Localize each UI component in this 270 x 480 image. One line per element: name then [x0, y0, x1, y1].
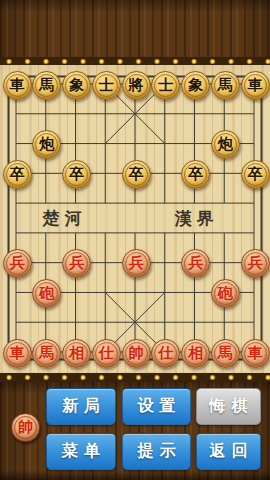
black-horse[interactable]: 馬	[32, 71, 61, 100]
black-chariot[interactable]: 車	[3, 71, 32, 100]
piece-character: 仕	[158, 345, 173, 360]
piece-character: 砲	[39, 285, 54, 300]
black-advisor[interactable]: 士	[151, 71, 180, 100]
new-game-button[interactable]: 新局	[46, 388, 116, 425]
black-soldier[interactable]: 卒	[62, 160, 91, 189]
back-button[interactable]: 返回	[196, 433, 261, 470]
hint-button[interactable]: 提示	[122, 433, 191, 470]
piece-character: 相	[69, 345, 84, 360]
red-advisor[interactable]: 仕	[92, 339, 121, 368]
red-general-side-icon: 帥	[11, 413, 40, 442]
red-soldier[interactable]: 兵	[62, 249, 91, 278]
top-wood-frame	[0, 0, 270, 58]
piece-character: 兵	[129, 256, 144, 271]
piece-character: 象	[69, 77, 84, 92]
piece-character: 馬	[218, 77, 233, 92]
piece-character: 兵	[10, 256, 25, 271]
piece-character: 車	[10, 77, 25, 92]
red-general-character: 帥	[18, 420, 33, 435]
river-label-han-jie: 漢界	[166, 208, 222, 230]
red-horse[interactable]: 馬	[32, 339, 61, 368]
black-general[interactable]: 將	[122, 71, 151, 100]
piece-character: 炮	[39, 137, 54, 152]
black-elephant[interactable]: 象	[181, 71, 210, 100]
black-soldier[interactable]: 卒	[3, 160, 32, 189]
piece-character: 士	[99, 77, 114, 92]
xiangqi-app-screen: 楚河 漢界 車馬象士將士象馬車炮炮卒卒卒卒卒兵兵兵兵兵砲砲車馬相仕帥仕相馬車 帥…	[0, 0, 270, 480]
piece-character: 兵	[69, 256, 84, 271]
piece-character: 砲	[218, 285, 233, 300]
red-soldier[interactable]: 兵	[241, 249, 270, 278]
red-chariot[interactable]: 車	[3, 339, 32, 368]
piece-character: 相	[188, 345, 203, 360]
undo-button[interactable]: 悔棋	[196, 388, 261, 425]
piece-character: 兵	[248, 256, 263, 271]
piece-character: 卒	[10, 166, 25, 181]
red-soldier[interactable]: 兵	[3, 249, 32, 278]
red-soldier[interactable]: 兵	[122, 249, 151, 278]
settings-button[interactable]: 设置	[122, 388, 191, 425]
piece-character: 卒	[69, 166, 84, 181]
piece-character: 卒	[248, 166, 263, 181]
red-cannon[interactable]: 砲	[211, 279, 240, 308]
piece-character: 馬	[218, 345, 233, 360]
black-soldier[interactable]: 卒	[181, 160, 210, 189]
black-cannon[interactable]: 炮	[211, 130, 240, 159]
bottom-edge-shadow	[0, 470, 270, 480]
black-elephant[interactable]: 象	[62, 71, 91, 100]
piece-character: 卒	[188, 166, 203, 181]
piece-character: 馬	[39, 345, 54, 360]
piece-character: 象	[188, 77, 203, 92]
piece-character: 車	[248, 345, 263, 360]
black-horse[interactable]: 馬	[211, 71, 240, 100]
river-label-chu-he: 楚河	[34, 208, 90, 230]
black-chariot[interactable]: 車	[241, 71, 270, 100]
xiangqi-board[interactable]: 楚河 漢界 車馬象士將士象馬車炮炮卒卒卒卒卒兵兵兵兵兵砲砲車馬相仕帥仕相馬車	[0, 65, 270, 373]
piece-character: 帥	[129, 345, 144, 360]
piece-character: 兵	[188, 256, 203, 271]
piece-character: 車	[10, 345, 25, 360]
red-soldier[interactable]: 兵	[181, 249, 210, 278]
piece-character: 將	[129, 77, 144, 92]
red-elephant[interactable]: 相	[181, 339, 210, 368]
menu-button[interactable]: 菜单	[46, 433, 116, 470]
red-horse[interactable]: 馬	[211, 339, 240, 368]
red-elephant[interactable]: 相	[62, 339, 91, 368]
piece-character: 仕	[99, 345, 114, 360]
red-general[interactable]: 帥	[122, 339, 151, 368]
black-soldier[interactable]: 卒	[122, 160, 151, 189]
piece-character: 卒	[129, 166, 144, 181]
piece-character: 士	[158, 77, 173, 92]
red-chariot[interactable]: 車	[241, 339, 270, 368]
black-advisor[interactable]: 士	[92, 71, 121, 100]
red-cannon[interactable]: 砲	[32, 279, 61, 308]
piece-character: 車	[248, 77, 263, 92]
black-soldier[interactable]: 卒	[241, 160, 270, 189]
piece-character: 炮	[218, 137, 233, 152]
bottom-stud-strip	[0, 373, 270, 382]
piece-character: 馬	[39, 77, 54, 92]
red-advisor[interactable]: 仕	[151, 339, 180, 368]
